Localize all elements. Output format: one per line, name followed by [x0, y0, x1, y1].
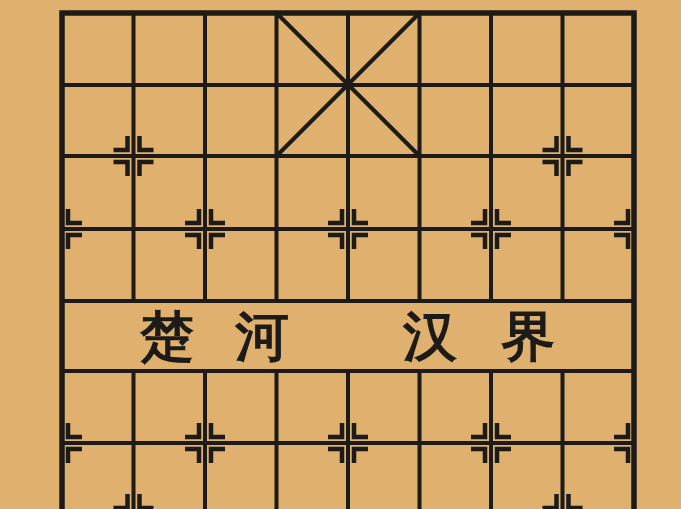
position-marker — [543, 162, 557, 176]
position-marker — [114, 162, 128, 176]
position-marker — [185, 235, 199, 249]
position-marker — [354, 423, 368, 437]
river-char-he: 河 — [235, 309, 289, 363]
river-char-jie: 界 — [501, 309, 555, 363]
position-marker — [569, 494, 583, 508]
position-marker — [211, 209, 225, 223]
position-marker — [354, 449, 368, 463]
position-marker — [471, 423, 485, 437]
xiangqi-board[interactable] — [0, 0, 681, 509]
position-marker — [68, 235, 82, 249]
position-marker — [68, 449, 82, 463]
position-marker — [354, 235, 368, 249]
position-marker — [471, 449, 485, 463]
position-marker — [569, 162, 583, 176]
river-char-chu: 楚 — [140, 309, 194, 363]
position-marker — [211, 235, 225, 249]
position-marker — [114, 494, 128, 508]
position-marker — [114, 136, 128, 150]
position-marker — [185, 449, 199, 463]
position-marker — [354, 209, 368, 223]
position-marker — [543, 136, 557, 150]
position-marker — [497, 209, 511, 223]
position-marker — [569, 136, 583, 150]
position-marker — [471, 235, 485, 249]
position-marker — [185, 423, 199, 437]
position-marker — [328, 449, 342, 463]
xiangqi-board-stage: 楚 河 汉 界 — [0, 0, 681, 509]
position-marker — [497, 449, 511, 463]
position-marker — [140, 162, 154, 176]
position-marker — [140, 494, 154, 508]
position-marker — [328, 209, 342, 223]
position-marker — [328, 423, 342, 437]
position-marker — [211, 449, 225, 463]
position-marker — [497, 235, 511, 249]
position-marker — [543, 494, 557, 508]
position-marker — [68, 209, 82, 223]
position-marker — [185, 209, 199, 223]
position-marker — [328, 235, 342, 249]
position-marker — [471, 209, 485, 223]
position-marker — [211, 423, 225, 437]
position-marker — [614, 449, 628, 463]
position-marker — [140, 136, 154, 150]
position-marker — [614, 423, 628, 437]
position-marker — [614, 209, 628, 223]
position-marker — [68, 423, 82, 437]
river-char-han: 汉 — [403, 309, 457, 363]
position-marker — [614, 235, 628, 249]
position-marker — [497, 423, 511, 437]
board-grid — [62, 13, 634, 509]
